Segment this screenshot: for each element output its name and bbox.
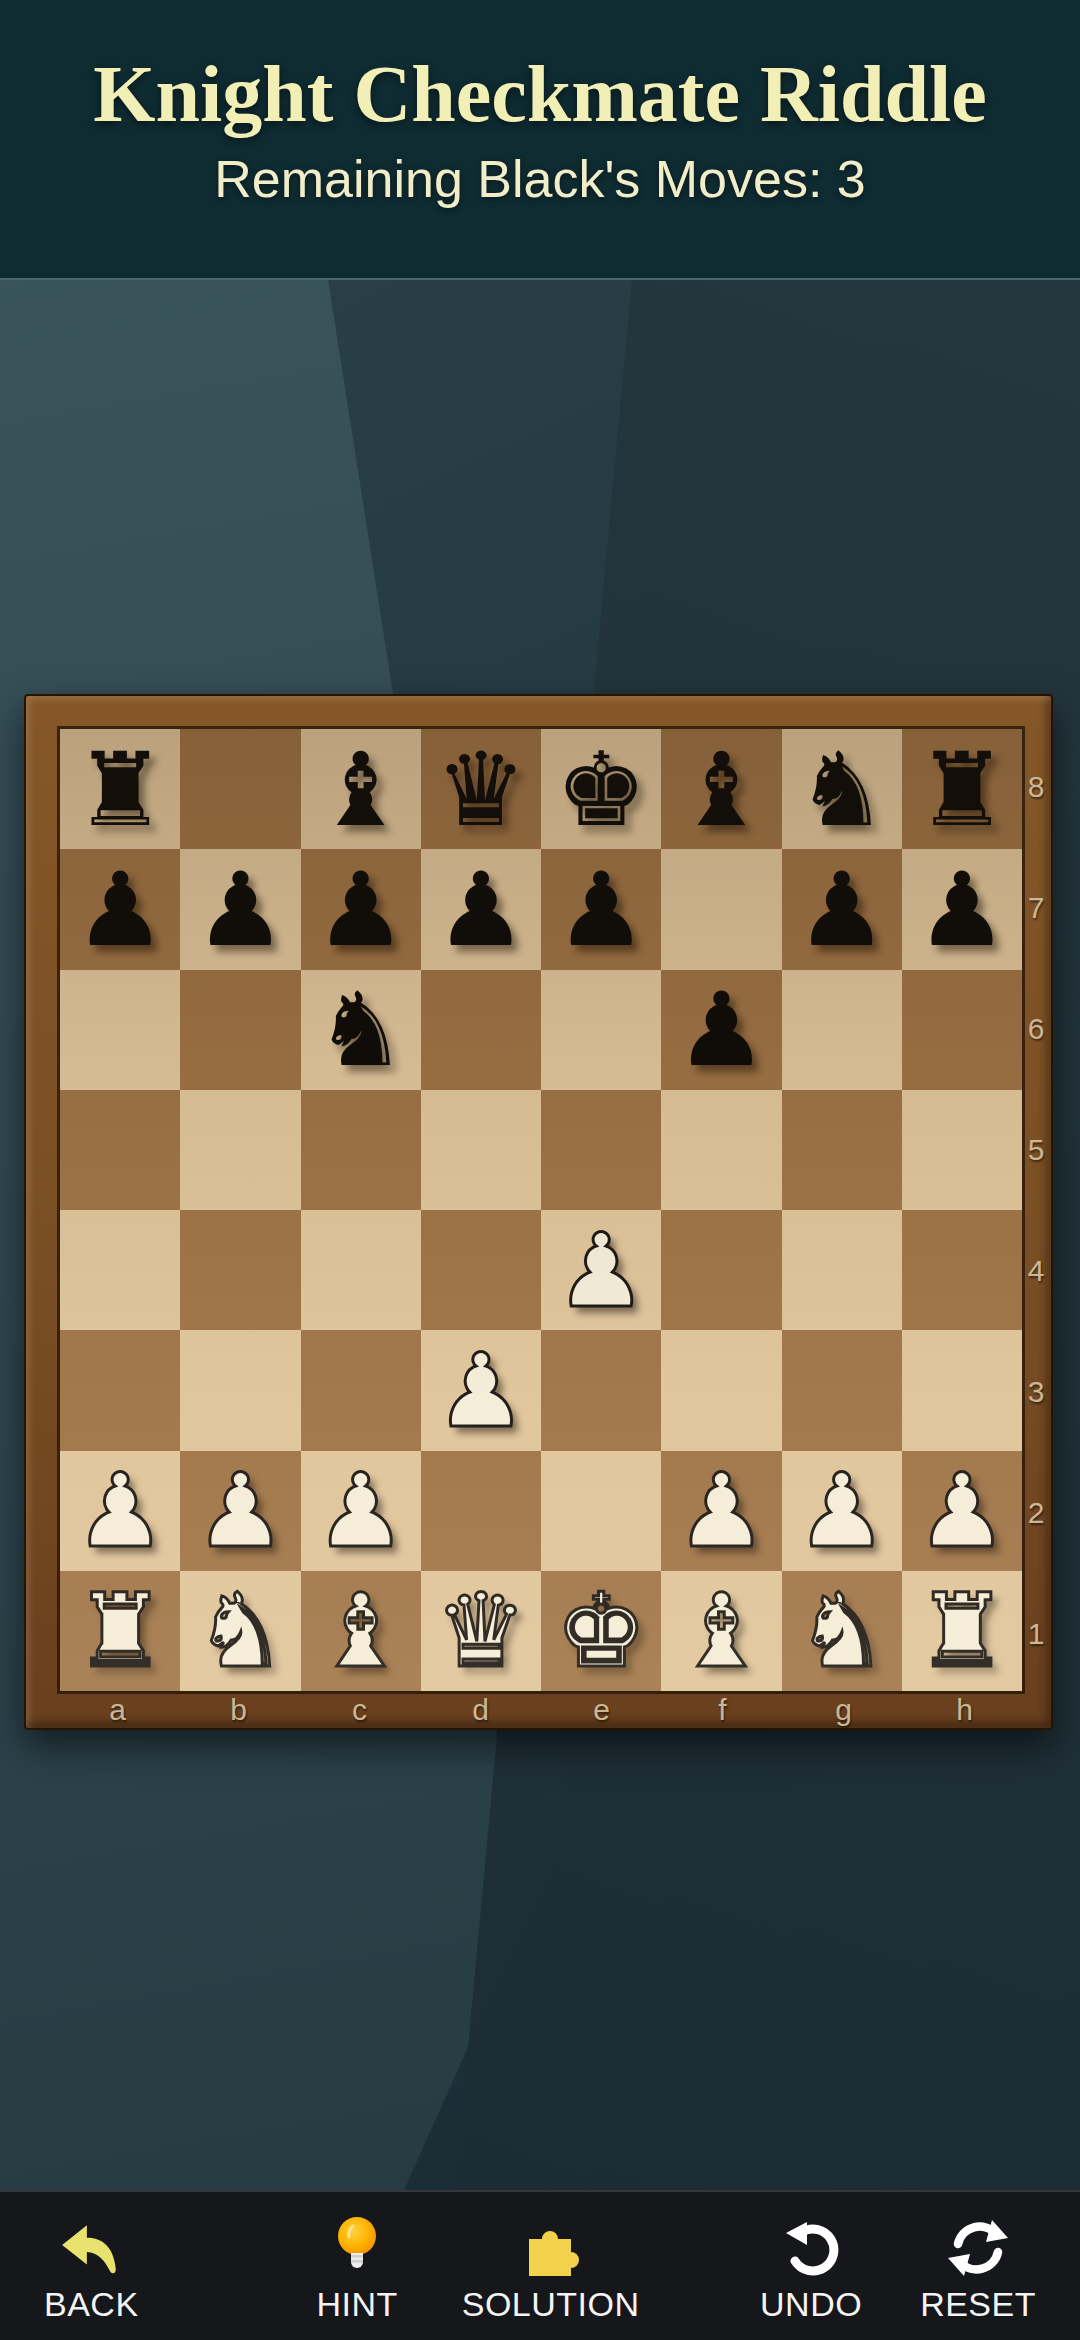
square-d3[interactable]: ♟	[421, 1330, 541, 1450]
rank-label-2: 2	[1022, 1452, 1050, 1573]
square-a6[interactable]	[60, 970, 180, 1090]
piece-white-pawn: ♟	[180, 1451, 300, 1571]
square-b5[interactable]	[180, 1090, 300, 1210]
square-f6[interactable]: ♟	[661, 970, 781, 1090]
piece-black-bishop: ♝	[301, 729, 421, 849]
undo-arrow-icon	[782, 2210, 840, 2278]
square-h7[interactable]: ♟	[902, 849, 1022, 969]
square-h5[interactable]	[902, 1090, 1022, 1210]
square-e4[interactable]: ♟	[541, 1210, 661, 1330]
square-a1[interactable]: ♜	[60, 1571, 180, 1691]
back-arrow-icon	[58, 2210, 124, 2278]
square-h6[interactable]	[902, 970, 1022, 1090]
piece-black-pawn: ♟	[902, 849, 1022, 969]
square-g2[interactable]: ♟	[782, 1451, 902, 1571]
piece-black-bishop: ♝	[661, 729, 781, 849]
piece-black-pawn: ♟	[782, 849, 902, 969]
piece-white-knight: ♞	[782, 1571, 902, 1691]
square-f5[interactable]	[661, 1090, 781, 1210]
file-label-f: f	[662, 1693, 783, 1727]
square-g1[interactable]: ♞	[782, 1571, 902, 1691]
piece-white-queen: ♛	[421, 1571, 541, 1691]
piece-white-king: ♚	[541, 1571, 661, 1691]
piece-black-rook: ♜	[60, 729, 180, 849]
square-g4[interactable]	[782, 1210, 902, 1330]
square-a8[interactable]: ♜	[60, 729, 180, 849]
reset-arrows-icon	[948, 2210, 1008, 2278]
square-b6[interactable]	[180, 970, 300, 1090]
square-g8[interactable]: ♞	[782, 729, 902, 849]
piece-white-pawn: ♟	[421, 1330, 541, 1450]
square-f8[interactable]: ♝	[661, 729, 781, 849]
square-d5[interactable]	[421, 1090, 541, 1210]
undo-label: UNDO	[760, 2286, 862, 2322]
square-g3[interactable]	[782, 1330, 902, 1450]
rank-label-3: 3	[1022, 1331, 1050, 1452]
square-c8[interactable]: ♝	[301, 729, 421, 849]
file-label-b: b	[178, 1693, 299, 1727]
square-d4[interactable]	[421, 1210, 541, 1330]
square-f1[interactable]: ♝	[661, 1571, 781, 1691]
square-d6[interactable]	[421, 970, 541, 1090]
file-label-a: a	[57, 1693, 178, 1727]
piece-white-rook: ♜	[902, 1571, 1022, 1691]
undo-button[interactable]: UNDO	[760, 2210, 862, 2322]
rank-label-8: 8	[1022, 726, 1050, 847]
piece-black-pawn: ♟	[301, 849, 421, 969]
header: Knight Checkmate Riddle Remaining Black'…	[0, 0, 1080, 280]
piece-black-pawn: ♟	[541, 849, 661, 969]
file-labels: abcdefgh	[57, 1693, 1025, 1727]
piece-white-pawn: ♟	[661, 1451, 781, 1571]
rank-label-5: 5	[1022, 1089, 1050, 1210]
piece-black-pawn: ♟	[180, 849, 300, 969]
square-e5[interactable]	[541, 1090, 661, 1210]
piece-black-pawn: ♟	[421, 849, 541, 969]
rank-label-4: 4	[1022, 1210, 1050, 1331]
page-title: Knight Checkmate Riddle	[0, 0, 1080, 138]
square-a2[interactable]: ♟	[60, 1451, 180, 1571]
square-h2[interactable]: ♟	[902, 1451, 1022, 1571]
puzzle-piece-icon	[519, 2210, 583, 2278]
piece-white-pawn: ♟	[782, 1451, 902, 1571]
back-label: BACK	[44, 2286, 139, 2322]
solution-label: SOLUTION	[462, 2286, 640, 2322]
piece-black-pawn: ♟	[60, 849, 180, 969]
board-squares: ♜♝♛♚♝♞♜♟♟♟♟♟♟♟♞♟♟♟♟♟♟♟♟♟♜♞♝♛♚♝♞♜	[57, 726, 1025, 1694]
lightbulb-icon	[329, 2210, 385, 2278]
piece-white-pawn: ♟	[902, 1451, 1022, 1571]
piece-white-pawn: ♟	[60, 1451, 180, 1571]
piece-white-knight: ♞	[180, 1571, 300, 1691]
rank-label-1: 1	[1022, 1573, 1050, 1694]
piece-black-knight: ♞	[301, 970, 421, 1090]
square-c4[interactable]	[301, 1210, 421, 1330]
file-label-c: c	[299, 1693, 420, 1727]
square-a7[interactable]: ♟	[60, 849, 180, 969]
piece-white-rook: ♜	[60, 1571, 180, 1691]
chess-board: ♜♝♛♚♝♞♜♟♟♟♟♟♟♟♞♟♟♟♟♟♟♟♟♟♜♞♝♛♚♝♞♜ 8765432…	[24, 694, 1053, 1730]
square-d7[interactable]: ♟	[421, 849, 541, 969]
square-h8[interactable]: ♜	[902, 729, 1022, 849]
piece-black-knight: ♞	[782, 729, 902, 849]
square-g5[interactable]	[782, 1090, 902, 1210]
square-h3[interactable]	[902, 1330, 1022, 1450]
square-e3[interactable]	[541, 1330, 661, 1450]
reset-button[interactable]: RESET	[920, 2210, 1036, 2322]
piece-black-queen: ♛	[421, 729, 541, 849]
file-label-d: d	[420, 1693, 541, 1727]
square-b2[interactable]: ♟	[180, 1451, 300, 1571]
square-g7[interactable]: ♟	[782, 849, 902, 969]
file-label-h: h	[904, 1693, 1025, 1727]
square-f3[interactable]	[661, 1330, 781, 1450]
hint-label: HINT	[316, 2286, 397, 2322]
square-h1[interactable]: ♜	[902, 1571, 1022, 1691]
square-a4[interactable]	[60, 1210, 180, 1330]
square-h4[interactable]	[902, 1210, 1022, 1330]
piece-white-bishop: ♝	[661, 1571, 781, 1691]
square-c1[interactable]: ♝	[301, 1571, 421, 1691]
square-b7[interactable]: ♟	[180, 849, 300, 969]
square-c7[interactable]: ♟	[301, 849, 421, 969]
square-a5[interactable]	[60, 1090, 180, 1210]
square-b1[interactable]: ♞	[180, 1571, 300, 1691]
square-d2[interactable]	[421, 1451, 541, 1571]
square-b3[interactable]	[180, 1330, 300, 1450]
piece-white-pawn: ♟	[301, 1451, 421, 1571]
piece-white-bishop: ♝	[301, 1571, 421, 1691]
square-b4[interactable]	[180, 1210, 300, 1330]
piece-white-pawn: ♟	[541, 1210, 661, 1330]
remaining-moves-status: Remaining Black's Moves: 3	[0, 138, 1080, 208]
square-f2[interactable]: ♟	[661, 1451, 781, 1571]
back-button[interactable]: BACK	[44, 2210, 139, 2322]
hint-button[interactable]: HINT	[316, 2210, 397, 2322]
solution-button[interactable]: SOLUTION	[462, 2210, 640, 2322]
piece-black-pawn: ♟	[661, 970, 781, 1090]
square-e7[interactable]: ♟	[541, 849, 661, 969]
file-label-g: g	[783, 1693, 904, 1727]
rank-label-7: 7	[1022, 847, 1050, 968]
square-d8[interactable]: ♛	[421, 729, 541, 849]
square-e8[interactable]: ♚	[541, 729, 661, 849]
square-c5[interactable]	[301, 1090, 421, 1210]
square-e6[interactable]	[541, 970, 661, 1090]
square-a3[interactable]	[60, 1330, 180, 1450]
square-g6[interactable]	[782, 970, 902, 1090]
square-e1[interactable]: ♚	[541, 1571, 661, 1691]
piece-black-rook: ♜	[902, 729, 1022, 849]
reset-label: RESET	[920, 2286, 1036, 2322]
square-c2[interactable]: ♟	[301, 1451, 421, 1571]
piece-black-king: ♚	[541, 729, 661, 849]
bottom-toolbar: BACK HINT	[0, 2190, 1080, 2340]
square-e2[interactable]	[541, 1451, 661, 1571]
square-f4[interactable]	[661, 1210, 781, 1330]
rank-labels: 87654321	[1022, 726, 1050, 1694]
square-c3[interactable]	[301, 1330, 421, 1450]
square-f7[interactable]	[661, 849, 781, 969]
square-b8[interactable]	[180, 729, 300, 849]
rank-label-6: 6	[1022, 968, 1050, 1089]
square-d1[interactable]: ♛	[421, 1571, 541, 1691]
file-label-e: e	[541, 1693, 662, 1727]
square-c6[interactable]: ♞	[301, 970, 421, 1090]
